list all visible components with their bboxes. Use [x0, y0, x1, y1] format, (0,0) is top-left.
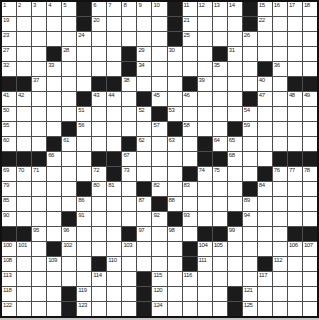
- grid-cell[interactable]: [32, 242, 46, 256]
- grid-cell[interactable]: 121: [243, 287, 257, 301]
- grid-cell[interactable]: [258, 47, 272, 61]
- grid-cell[interactable]: [288, 47, 302, 61]
- grid-cell[interactable]: 111: [198, 257, 212, 271]
- grid-cell[interactable]: [303, 122, 317, 136]
- grid-cell[interactable]: 96: [62, 227, 76, 241]
- grid-cell[interactable]: [273, 302, 287, 316]
- grid-cell[interactable]: [137, 152, 151, 166]
- grid-cell[interactable]: [122, 32, 136, 46]
- grid-cell[interactable]: [273, 107, 287, 121]
- grid-cell[interactable]: 31: [228, 47, 242, 61]
- grid-cell[interactable]: 42: [17, 92, 31, 106]
- grid-cell[interactable]: [47, 92, 61, 106]
- grid-cell[interactable]: [17, 197, 31, 211]
- grid-cell[interactable]: [77, 167, 91, 181]
- grid-cell[interactable]: [17, 62, 31, 76]
- grid-cell[interactable]: [243, 152, 257, 166]
- grid-cell[interactable]: [303, 107, 317, 121]
- grid-cell[interactable]: 82: [152, 182, 166, 196]
- grid-cell[interactable]: [47, 212, 61, 226]
- grid-cell[interactable]: [77, 242, 91, 256]
- grid-cell[interactable]: [77, 47, 91, 61]
- grid-cell[interactable]: 5: [62, 2, 76, 16]
- grid-cell[interactable]: 99: [228, 227, 242, 241]
- grid-cell[interactable]: [92, 62, 106, 76]
- grid-cell[interactable]: [198, 182, 212, 196]
- grid-cell[interactable]: [273, 32, 287, 46]
- grid-cell[interactable]: [168, 167, 182, 181]
- grid-cell[interactable]: 36: [273, 62, 287, 76]
- grid-cell[interactable]: [198, 212, 212, 226]
- grid-cell[interactable]: [92, 287, 106, 301]
- grid-cell[interactable]: 116: [183, 272, 197, 286]
- grid-cell[interactable]: [213, 107, 227, 121]
- grid-cell[interactable]: [107, 32, 121, 46]
- grid-cell[interactable]: [32, 212, 46, 226]
- grid-cell[interactable]: [47, 17, 61, 31]
- grid-cell[interactable]: [107, 212, 121, 226]
- grid-cell[interactable]: 19: [2, 17, 16, 31]
- grid-cell[interactable]: 7: [107, 2, 121, 16]
- grid-cell[interactable]: [198, 107, 212, 121]
- grid-cell[interactable]: 118: [2, 287, 16, 301]
- grid-cell[interactable]: [288, 197, 302, 211]
- grid-cell[interactable]: [47, 287, 61, 301]
- grid-cell[interactable]: 125: [243, 302, 257, 316]
- grid-cell[interactable]: [62, 272, 76, 286]
- grid-cell[interactable]: [258, 137, 272, 151]
- grid-cell[interactable]: [92, 122, 106, 136]
- grid-cell[interactable]: 122: [2, 302, 16, 316]
- grid-cell[interactable]: [122, 107, 136, 121]
- grid-cell[interactable]: 17: [288, 2, 302, 16]
- grid-cell[interactable]: [258, 302, 272, 316]
- grid-cell[interactable]: [243, 62, 257, 76]
- grid-cell[interactable]: 50: [2, 107, 16, 121]
- grid-cell[interactable]: [32, 182, 46, 196]
- grid-cell[interactable]: [32, 137, 46, 151]
- grid-cell[interactable]: 6: [92, 2, 106, 16]
- grid-cell[interactable]: 1: [2, 2, 16, 16]
- grid-cell[interactable]: 92: [152, 212, 166, 226]
- grid-cell[interactable]: 40: [258, 77, 272, 91]
- grid-cell[interactable]: [92, 137, 106, 151]
- grid-cell[interactable]: [258, 287, 272, 301]
- grid-cell[interactable]: [228, 107, 242, 121]
- grid-cell[interactable]: [107, 107, 121, 121]
- grid-cell[interactable]: 120: [152, 287, 166, 301]
- grid-cell[interactable]: [62, 152, 76, 166]
- grid-cell[interactable]: [47, 107, 61, 121]
- grid-cell[interactable]: 84: [258, 182, 272, 196]
- grid-cell[interactable]: 124: [152, 302, 166, 316]
- grid-cell[interactable]: 25: [183, 32, 197, 46]
- grid-cell[interactable]: 32: [2, 62, 16, 76]
- grid-cell[interactable]: [303, 17, 317, 31]
- grid-cell[interactable]: [92, 47, 106, 61]
- grid-cell[interactable]: 15: [258, 2, 272, 16]
- grid-cell[interactable]: [228, 242, 242, 256]
- grid-cell[interactable]: [137, 32, 151, 46]
- grid-cell[interactable]: 81: [107, 182, 121, 196]
- grid-cell[interactable]: 78: [303, 167, 317, 181]
- grid-cell[interactable]: 108: [2, 257, 16, 271]
- grid-cell[interactable]: [273, 242, 287, 256]
- grid-cell[interactable]: [17, 302, 31, 316]
- grid-cell[interactable]: [122, 92, 136, 106]
- grid-cell[interactable]: 16: [273, 2, 287, 16]
- grid-cell[interactable]: [288, 302, 302, 316]
- grid-cell[interactable]: 114: [92, 272, 106, 286]
- grid-cell[interactable]: 13: [213, 2, 227, 16]
- grid-cell[interactable]: [228, 17, 242, 31]
- grid-cell[interactable]: [17, 122, 31, 136]
- grid-cell[interactable]: [168, 182, 182, 196]
- grid-cell[interactable]: [107, 302, 121, 316]
- grid-cell[interactable]: [273, 17, 287, 31]
- grid-cell[interactable]: 100: [2, 242, 16, 256]
- grid-cell[interactable]: [183, 107, 197, 121]
- grid-cell[interactable]: [137, 17, 151, 31]
- grid-cell[interactable]: [213, 122, 227, 136]
- grid-cell[interactable]: [183, 62, 197, 76]
- grid-cell[interactable]: [288, 137, 302, 151]
- grid-cell[interactable]: [107, 137, 121, 151]
- grid-cell[interactable]: [273, 137, 287, 151]
- grid-cell[interactable]: [92, 107, 106, 121]
- grid-cell[interactable]: 75: [213, 167, 227, 181]
- grid-cell[interactable]: [32, 257, 46, 271]
- grid-cell[interactable]: [32, 32, 46, 46]
- grid-cell[interactable]: 11: [183, 2, 197, 16]
- grid-cell[interactable]: [62, 62, 76, 76]
- grid-cell[interactable]: [152, 62, 166, 76]
- grid-cell[interactable]: [198, 17, 212, 31]
- grid-cell[interactable]: [273, 212, 287, 226]
- grid-cell[interactable]: [228, 92, 242, 106]
- grid-cell[interactable]: [198, 92, 212, 106]
- grid-cell[interactable]: [47, 167, 61, 181]
- grid-cell[interactable]: 62: [137, 137, 151, 151]
- grid-cell[interactable]: 48: [288, 92, 302, 106]
- grid-cell[interactable]: [122, 17, 136, 31]
- grid-cell[interactable]: 94: [243, 212, 257, 226]
- grid-cell[interactable]: [122, 302, 136, 316]
- grid-cell[interactable]: [183, 152, 197, 166]
- grid-cell[interactable]: 53: [168, 107, 182, 121]
- grid-cell[interactable]: [152, 257, 166, 271]
- grid-cell[interactable]: [243, 242, 257, 256]
- grid-cell[interactable]: [32, 107, 46, 121]
- grid-cell[interactable]: [243, 77, 257, 91]
- grid-cell[interactable]: [243, 137, 257, 151]
- grid-cell[interactable]: [62, 107, 76, 121]
- grid-cell[interactable]: [183, 302, 197, 316]
- grid-cell[interactable]: [77, 62, 91, 76]
- grid-cell[interactable]: [213, 257, 227, 271]
- grid-cell[interactable]: 37: [32, 77, 46, 91]
- grid-cell[interactable]: 4: [47, 2, 61, 16]
- grid-cell[interactable]: [152, 152, 166, 166]
- grid-cell[interactable]: [228, 62, 242, 76]
- grid-cell[interactable]: 56: [77, 122, 91, 136]
- grid-cell[interactable]: [288, 107, 302, 121]
- grid-cell[interactable]: [168, 287, 182, 301]
- grid-cell[interactable]: [258, 242, 272, 256]
- grid-cell[interactable]: [92, 197, 106, 211]
- grid-cell[interactable]: [183, 47, 197, 61]
- grid-cell[interactable]: 119: [77, 287, 91, 301]
- grid-cell[interactable]: 60: [2, 137, 16, 151]
- grid-cell[interactable]: [228, 257, 242, 271]
- grid-cell[interactable]: [303, 32, 317, 46]
- grid-cell[interactable]: [213, 32, 227, 46]
- grid-cell[interactable]: [258, 227, 272, 241]
- grid-cell[interactable]: 72: [92, 167, 106, 181]
- grid-cell[interactable]: [92, 212, 106, 226]
- grid-cell[interactable]: 2: [17, 2, 31, 16]
- grid-cell[interactable]: [198, 272, 212, 286]
- grid-cell[interactable]: [152, 227, 166, 241]
- grid-cell[interactable]: [213, 92, 227, 106]
- grid-cell[interactable]: 20: [92, 17, 106, 31]
- grid-cell[interactable]: [168, 257, 182, 271]
- grid-cell[interactable]: [303, 212, 317, 226]
- grid-cell[interactable]: 52: [137, 107, 151, 121]
- grid-cell[interactable]: [32, 287, 46, 301]
- grid-cell[interactable]: 98: [168, 227, 182, 241]
- grid-cell[interactable]: [107, 122, 121, 136]
- grid-cell[interactable]: [77, 152, 91, 166]
- grid-cell[interactable]: [47, 302, 61, 316]
- grid-cell[interactable]: [213, 212, 227, 226]
- grid-cell[interactable]: 33: [47, 62, 61, 76]
- grid-cell[interactable]: [183, 227, 197, 241]
- grid-cell[interactable]: 34: [137, 62, 151, 76]
- grid-cell[interactable]: [288, 212, 302, 226]
- grid-cell[interactable]: [258, 32, 272, 46]
- grid-cell[interactable]: [107, 62, 121, 76]
- grid-cell[interactable]: 104: [198, 242, 212, 256]
- grid-cell[interactable]: [17, 32, 31, 46]
- grid-cell[interactable]: [32, 47, 46, 61]
- grid-cell[interactable]: 105: [213, 242, 227, 256]
- grid-cell[interactable]: [183, 137, 197, 151]
- grid-cell[interactable]: [152, 167, 166, 181]
- grid-cell[interactable]: [77, 272, 91, 286]
- grid-cell[interactable]: 63: [168, 137, 182, 151]
- grid-cell[interactable]: [152, 32, 166, 46]
- grid-cell[interactable]: [17, 212, 31, 226]
- grid-cell[interactable]: 102: [62, 242, 76, 256]
- grid-cell[interactable]: 38: [122, 77, 136, 91]
- grid-cell[interactable]: [198, 287, 212, 301]
- grid-cell[interactable]: [107, 272, 121, 286]
- grid-cell[interactable]: 115: [152, 272, 166, 286]
- grid-cell[interactable]: 10: [152, 2, 166, 16]
- grid-cell[interactable]: [62, 257, 76, 271]
- grid-cell[interactable]: 64: [213, 137, 227, 151]
- grid-cell[interactable]: [303, 182, 317, 196]
- grid-cell[interactable]: [107, 47, 121, 61]
- grid-cell[interactable]: [17, 272, 31, 286]
- grid-cell[interactable]: 43: [92, 92, 106, 106]
- grid-cell[interactable]: [273, 287, 287, 301]
- grid-cell[interactable]: [228, 182, 242, 196]
- grid-cell[interactable]: [107, 227, 121, 241]
- grid-cell[interactable]: 93: [183, 212, 197, 226]
- grid-cell[interactable]: 27: [2, 47, 16, 61]
- grid-cell[interactable]: 71: [32, 167, 46, 181]
- grid-cell[interactable]: [198, 62, 212, 76]
- grid-cell[interactable]: [228, 167, 242, 181]
- grid-cell[interactable]: [168, 272, 182, 286]
- grid-cell[interactable]: [107, 17, 121, 31]
- grid-cell[interactable]: [92, 227, 106, 241]
- grid-cell[interactable]: [122, 287, 136, 301]
- grid-cell[interactable]: [213, 302, 227, 316]
- grid-cell[interactable]: [288, 272, 302, 286]
- grid-cell[interactable]: [288, 287, 302, 301]
- grid-cell[interactable]: [288, 62, 302, 76]
- grid-cell[interactable]: 90: [2, 212, 16, 226]
- grid-cell[interactable]: [47, 272, 61, 286]
- grid-cell[interactable]: 58: [183, 122, 197, 136]
- grid-cell[interactable]: 91: [77, 212, 91, 226]
- grid-cell[interactable]: 83: [183, 182, 197, 196]
- grid-cell[interactable]: 73: [122, 167, 136, 181]
- grid-cell[interactable]: 123: [77, 302, 91, 316]
- grid-cell[interactable]: 41: [2, 92, 16, 106]
- grid-cell[interactable]: [137, 257, 151, 271]
- grid-cell[interactable]: [258, 122, 272, 136]
- grid-cell[interactable]: 57: [152, 122, 166, 136]
- grid-cell[interactable]: [152, 17, 166, 31]
- grid-cell[interactable]: [273, 197, 287, 211]
- grid-cell[interactable]: [152, 77, 166, 91]
- grid-cell[interactable]: [17, 182, 31, 196]
- grid-cell[interactable]: [183, 197, 197, 211]
- grid-cell[interactable]: [273, 272, 287, 286]
- grid-cell[interactable]: [62, 167, 76, 181]
- grid-cell[interactable]: [303, 272, 317, 286]
- grid-cell[interactable]: 87: [137, 197, 151, 211]
- grid-cell[interactable]: 88: [168, 197, 182, 211]
- grid-cell[interactable]: [92, 302, 106, 316]
- grid-cell[interactable]: 113: [2, 272, 16, 286]
- grid-cell[interactable]: 23: [2, 32, 16, 46]
- grid-cell[interactable]: [137, 77, 151, 91]
- grid-cell[interactable]: [137, 212, 151, 226]
- grid-cell[interactable]: 97: [137, 227, 151, 241]
- grid-cell[interactable]: [258, 212, 272, 226]
- grid-cell[interactable]: 69: [2, 167, 16, 181]
- grid-cell[interactable]: 44: [107, 92, 121, 106]
- grid-cell[interactable]: [17, 287, 31, 301]
- grid-cell[interactable]: [152, 242, 166, 256]
- grid-cell[interactable]: [243, 257, 257, 271]
- grid-cell[interactable]: 54: [243, 107, 257, 121]
- grid-cell[interactable]: [152, 47, 166, 61]
- grid-cell[interactable]: [273, 122, 287, 136]
- grid-cell[interactable]: 74: [198, 167, 212, 181]
- grid-cell[interactable]: [122, 197, 136, 211]
- grid-cell[interactable]: 103: [122, 242, 136, 256]
- grid-cell[interactable]: 77: [288, 167, 302, 181]
- grid-cell[interactable]: 26: [243, 32, 257, 46]
- grid-cell[interactable]: 30: [168, 47, 182, 61]
- grid-cell[interactable]: [47, 227, 61, 241]
- grid-cell[interactable]: 79: [2, 182, 16, 196]
- grid-cell[interactable]: [77, 137, 91, 151]
- grid-cell[interactable]: [47, 122, 61, 136]
- grid-cell[interactable]: 51: [77, 107, 91, 121]
- grid-cell[interactable]: 8: [122, 2, 136, 16]
- grid-cell[interactable]: [17, 257, 31, 271]
- grid-cell[interactable]: [168, 77, 182, 91]
- grid-cell[interactable]: 95: [32, 227, 46, 241]
- grid-cell[interactable]: [17, 137, 31, 151]
- grid-cell[interactable]: 39: [198, 77, 212, 91]
- grid-cell[interactable]: [122, 212, 136, 226]
- grid-cell[interactable]: 18: [303, 2, 317, 16]
- grid-cell[interactable]: [198, 302, 212, 316]
- grid-cell[interactable]: [228, 77, 242, 91]
- grid-cell[interactable]: [32, 272, 46, 286]
- grid-cell[interactable]: [183, 287, 197, 301]
- grid-cell[interactable]: [17, 107, 31, 121]
- grid-cell[interactable]: [168, 242, 182, 256]
- grid-cell[interactable]: 106: [288, 242, 302, 256]
- grid-cell[interactable]: [288, 32, 302, 46]
- grid-cell[interactable]: [62, 77, 76, 91]
- grid-cell[interactable]: [32, 122, 46, 136]
- grid-cell[interactable]: [62, 32, 76, 46]
- grid-cell[interactable]: [213, 77, 227, 91]
- grid-cell[interactable]: [47, 197, 61, 211]
- grid-cell[interactable]: [47, 77, 61, 91]
- grid-cell[interactable]: [213, 272, 227, 286]
- grid-cell[interactable]: [273, 227, 287, 241]
- grid-cell[interactable]: [288, 182, 302, 196]
- grid-cell[interactable]: 3: [32, 2, 46, 16]
- grid-cell[interactable]: 59: [243, 122, 257, 136]
- grid-cell[interactable]: [303, 197, 317, 211]
- grid-cell[interactable]: [168, 92, 182, 106]
- grid-cell[interactable]: [92, 242, 106, 256]
- grid-cell[interactable]: [243, 47, 257, 61]
- grid-cell[interactable]: 45: [152, 92, 166, 106]
- grid-cell[interactable]: [198, 47, 212, 61]
- grid-cell[interactable]: [107, 242, 121, 256]
- grid-cell[interactable]: [303, 287, 317, 301]
- grid-cell[interactable]: [168, 302, 182, 316]
- grid-cell[interactable]: [243, 272, 257, 286]
- grid-cell[interactable]: 28: [62, 47, 76, 61]
- grid-cell[interactable]: [288, 17, 302, 31]
- grid-cell[interactable]: [303, 302, 317, 316]
- grid-cell[interactable]: [303, 47, 317, 61]
- grid-cell[interactable]: [198, 122, 212, 136]
- grid-cell[interactable]: [32, 17, 46, 31]
- grid-cell[interactable]: [92, 32, 106, 46]
- grid-cell[interactable]: [273, 47, 287, 61]
- grid-cell[interactable]: [137, 167, 151, 181]
- grid-cell[interactable]: 109: [47, 257, 61, 271]
- grid-cell[interactable]: [168, 152, 182, 166]
- grid-cell[interactable]: 35: [213, 62, 227, 76]
- grid-cell[interactable]: 101: [17, 242, 31, 256]
